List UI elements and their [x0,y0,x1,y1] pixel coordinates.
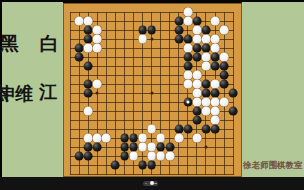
black-stone [202,125,211,134]
white-label: 白 [38,32,60,54]
right-margin-panel: 徐老师围棋教室 [242,2,304,177]
white-stone [192,89,201,98]
black-stone [192,44,201,53]
last-move-marker [186,101,189,104]
white-stone [211,35,220,44]
black-stone [138,26,147,35]
white-stone [147,152,156,161]
video-frame: 黑 申真谞 白 江维杰 徐老师围棋教室 [0,0,304,190]
white-stone [192,80,201,89]
black-stone [202,26,211,35]
black-stone [211,53,220,62]
star-point [150,38,153,41]
white-stone [102,134,111,143]
white-stone [202,62,211,71]
black-stone [183,125,192,134]
grid-line-vertical [224,12,225,175]
player-info-panel: 黑 申真谞 白 江维杰 [2,2,63,177]
white-stone [147,143,156,152]
white-stone [93,44,102,53]
black-stone [220,71,229,80]
grid-line-horizontal [70,174,234,175]
white-stone [156,152,165,161]
black-stone [75,53,84,62]
black-stone [111,161,120,170]
white-stone [211,80,220,89]
star-point [96,92,99,95]
black-stone [84,89,93,98]
black-stone [75,44,84,53]
white-stone [165,152,174,161]
black-stone [84,35,93,44]
black-stone [211,89,220,98]
star-point [204,146,207,149]
black-stone [138,161,147,170]
white-player-name: 江维杰 [38,69,60,70]
black-stone [183,53,192,62]
black-stone [192,53,201,62]
white-stone [93,134,102,143]
white-stone [211,44,220,53]
white-stone [211,116,220,125]
white-stone [93,35,102,44]
white-stone [211,98,220,107]
black-stone [93,143,102,152]
white-stone [93,80,102,89]
black-stone [84,143,93,152]
black-stone [229,89,238,98]
black-stone [129,143,138,152]
white-stone [220,26,229,35]
black-stone [192,116,201,125]
black-stone [129,134,138,143]
white-stone [183,44,192,53]
black-stone [165,143,174,152]
speed-tick-right [154,183,157,185]
white-stone [93,26,102,35]
black-stone [183,35,192,44]
white-stone [84,44,93,53]
black-stone [192,17,201,26]
white-stone [202,107,211,116]
black-stone [147,26,156,35]
black-stone [120,134,129,143]
video-control-bar[interactable] [0,177,304,190]
black-stone [220,62,229,71]
black-stone [202,44,211,53]
white-stone [75,17,84,26]
black-stone [147,161,156,170]
black-stone [211,125,220,134]
speed-tick-left [145,183,148,185]
black-stone [84,80,93,89]
white-stone [202,98,211,107]
black-stone [75,152,84,161]
white-stone [183,17,192,26]
white-stone [183,80,192,89]
black-stone [84,62,93,71]
white-stone [192,98,201,107]
white-stone [192,71,201,80]
white-stone [192,134,201,143]
black-stone [174,26,183,35]
white-stone [147,125,156,134]
channel-watermark: 徐老师围棋教室 [243,160,303,170]
black-stone [202,89,211,98]
black-label: 黑 [0,32,20,54]
white-stone [84,134,93,143]
black-stone [174,17,183,26]
grid-line-horizontal [70,120,234,121]
white-stone [156,134,165,143]
white-stone [183,71,192,80]
star-point [150,92,153,95]
black-stone [120,143,129,152]
black-stone [84,26,93,35]
white-stone [138,143,147,152]
white-stone [84,17,93,26]
white-stone [192,35,201,44]
black-stone [174,125,183,134]
go-board [63,3,242,177]
toggle-knob-icon [150,181,154,185]
black-stone [202,80,211,89]
black-stone [229,107,238,116]
playback-speed-toggle[interactable] [143,181,158,187]
white-stone [211,17,220,26]
white-stone [129,152,138,161]
white-stone [192,26,201,35]
white-stone [202,53,211,62]
black-stone [84,152,93,161]
black-stone [120,152,129,161]
white-stone [138,35,147,44]
white-stone [220,53,229,62]
white-stone [138,134,147,143]
black-stone [192,107,201,116]
white-stone [220,98,229,107]
white-stone [174,134,183,143]
black-stone [156,143,165,152]
white-stone [211,107,220,116]
white-stone [183,8,192,17]
white-stone [202,35,211,44]
black-stone [174,35,183,44]
black-stone [220,80,229,89]
black-stone [183,62,192,71]
black-stone [211,62,220,71]
white-stone [84,107,93,116]
